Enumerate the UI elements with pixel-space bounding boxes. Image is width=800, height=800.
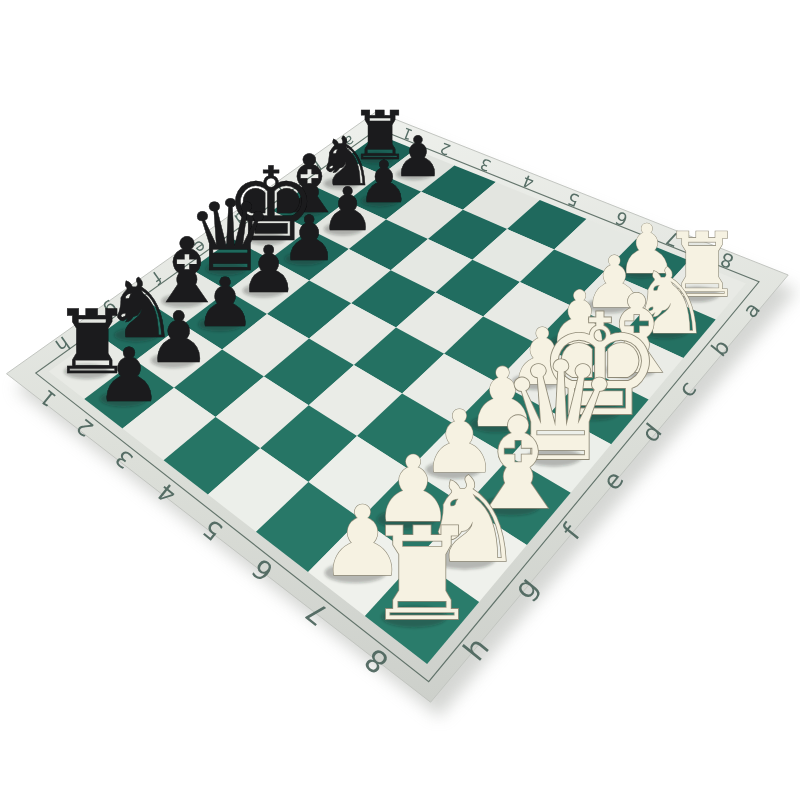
screenshot-root: chess aabbccddeeffgghh1122334455667788♜♟… [0,0,800,800]
chessboard-photo: aabbccddeeffgghh1122334455667788♜♟♞♟♝♟♚♟… [0,0,800,800]
piece-black-pawn-h2[interactable]: ♟ [96,332,163,419]
piece-white-rook-h8[interactable]: ♜ [365,500,480,649]
